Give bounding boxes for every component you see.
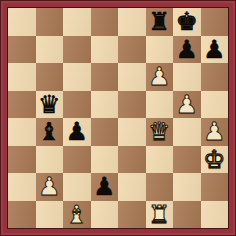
black-pawn-icon[interactable]: ♟ (203, 35, 225, 63)
square-c7[interactable] (63, 36, 91, 64)
square-h4[interactable]: ♟ (201, 118, 229, 146)
square-c3[interactable] (63, 146, 91, 174)
square-a2[interactable] (8, 173, 36, 201)
square-h3[interactable]: ♚ (201, 146, 229, 174)
square-d4[interactable] (91, 118, 119, 146)
square-f2[interactable] (146, 173, 174, 201)
square-e4[interactable] (118, 118, 146, 146)
square-g4[interactable] (173, 118, 201, 146)
white-king-icon[interactable]: ♚ (203, 145, 225, 173)
square-d7[interactable] (91, 36, 119, 64)
black-pawn-icon[interactable]: ♟ (176, 35, 198, 63)
square-f7[interactable] (146, 36, 174, 64)
square-b5[interactable]: ♛ (36, 91, 64, 119)
white-bishop-icon[interactable]: ♝ (66, 200, 88, 228)
square-a3[interactable] (8, 146, 36, 174)
black-pawn-icon[interactable]: ♟ (93, 173, 115, 201)
square-g7[interactable]: ♟ (173, 36, 201, 64)
square-a6[interactable] (8, 63, 36, 91)
square-g8[interactable]: ♚ (173, 8, 201, 36)
square-c4[interactable]: ♟ (63, 118, 91, 146)
white-pawn-icon[interactable]: ♟ (148, 63, 170, 91)
square-g3[interactable] (173, 146, 201, 174)
square-f4[interactable]: ♛ (146, 118, 174, 146)
square-b2[interactable]: ♟ (36, 173, 64, 201)
square-e3[interactable] (118, 146, 146, 174)
square-c5[interactable] (63, 91, 91, 119)
black-bishop-icon[interactable]: ♝ (38, 118, 60, 146)
square-a8[interactable] (8, 8, 36, 36)
square-c6[interactable] (63, 63, 91, 91)
square-g6[interactable] (173, 63, 201, 91)
square-g1[interactable] (173, 201, 201, 229)
black-pawn-icon[interactable]: ♟ (66, 118, 88, 146)
chess-board: ♜♚♟♟♟♛♟♝♟♛♟♚♟♟♝♜ (8, 8, 228, 228)
white-pawn-icon[interactable]: ♟ (203, 118, 225, 146)
square-f5[interactable] (146, 91, 174, 119)
black-queen-icon[interactable]: ♛ (38, 90, 60, 118)
square-f3[interactable] (146, 146, 174, 174)
square-e1[interactable] (118, 201, 146, 229)
board-frame: ♜♚♟♟♟♛♟♝♟♛♟♚♟♟♝♜ (0, 0, 236, 236)
square-c1[interactable]: ♝ (63, 201, 91, 229)
square-a1[interactable] (8, 201, 36, 229)
square-e8[interactable] (118, 8, 146, 36)
square-e2[interactable] (118, 173, 146, 201)
square-d8[interactable] (91, 8, 119, 36)
black-king-icon[interactable]: ♚ (176, 8, 198, 36)
square-b6[interactable] (36, 63, 64, 91)
square-h6[interactable] (201, 63, 229, 91)
square-e7[interactable] (118, 36, 146, 64)
square-h8[interactable] (201, 8, 229, 36)
white-rook-icon[interactable]: ♜ (148, 200, 170, 228)
square-a5[interactable] (8, 91, 36, 119)
square-b3[interactable] (36, 146, 64, 174)
square-f1[interactable]: ♜ (146, 201, 174, 229)
square-e5[interactable] (118, 91, 146, 119)
square-f6[interactable]: ♟ (146, 63, 174, 91)
square-d6[interactable] (91, 63, 119, 91)
square-c2[interactable] (63, 173, 91, 201)
square-d3[interactable] (91, 146, 119, 174)
square-h5[interactable] (201, 91, 229, 119)
black-rook-icon[interactable]: ♜ (148, 8, 170, 36)
square-f8[interactable]: ♜ (146, 8, 174, 36)
square-b4[interactable]: ♝ (36, 118, 64, 146)
square-c8[interactable] (63, 8, 91, 36)
square-h1[interactable] (201, 201, 229, 229)
square-b7[interactable] (36, 36, 64, 64)
square-h7[interactable]: ♟ (201, 36, 229, 64)
square-g5[interactable]: ♟ (173, 91, 201, 119)
square-h2[interactable] (201, 173, 229, 201)
square-b1[interactable] (36, 201, 64, 229)
square-e6[interactable] (118, 63, 146, 91)
white-pawn-icon[interactable]: ♟ (176, 90, 198, 118)
square-a4[interactable] (8, 118, 36, 146)
white-queen-icon[interactable]: ♛ (148, 118, 170, 146)
white-pawn-icon[interactable]: ♟ (38, 173, 60, 201)
square-g2[interactable] (173, 173, 201, 201)
square-d1[interactable] (91, 201, 119, 229)
square-b8[interactable] (36, 8, 64, 36)
square-d2[interactable]: ♟ (91, 173, 119, 201)
square-a7[interactable] (8, 36, 36, 64)
square-d5[interactable] (91, 91, 119, 119)
